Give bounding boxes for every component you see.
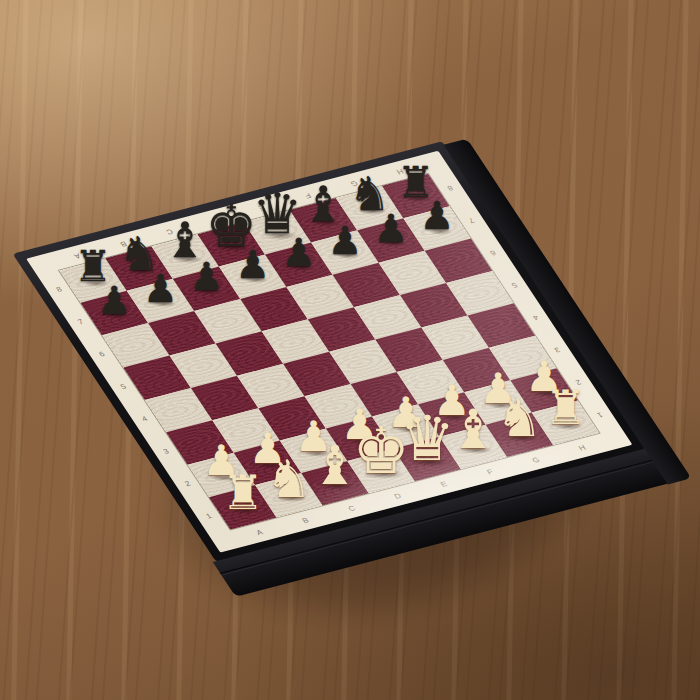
file-label-bottom-b: B (301, 517, 310, 525)
file-label-top-h: H (394, 167, 404, 175)
rank-label-left-3: 3 (162, 448, 171, 455)
rank-label-left-8: 8 (55, 286, 64, 293)
file-label-bottom-a: A (255, 529, 264, 537)
rank-label-right-8: 8 (445, 183, 454, 190)
file-label-bottom-f: F (486, 469, 495, 477)
rank-label-right-3: 3 (552, 345, 561, 352)
file-label-bottom-e: E (439, 481, 448, 489)
file-label-bottom-d: D (393, 493, 403, 501)
rank-label-left-1: 1 (205, 512, 214, 519)
file-label-top-e: E (256, 204, 265, 212)
rank-label-left-7: 7 (76, 318, 85, 325)
file-label-top-f: F (303, 192, 312, 200)
file-label-top-b: B (118, 240, 127, 248)
rank-label-right-2: 2 (574, 378, 583, 385)
file-label-top-d: D (210, 216, 220, 224)
photo-scene: ABCDEFGHABCDEFGH1234567812345678 ♜♞♝♚♛♝♞… (0, 0, 700, 700)
rank-label-left-5: 5 (119, 383, 128, 390)
rank-label-right-1: 1 (595, 410, 604, 417)
file-label-bottom-h: H (578, 445, 588, 453)
rank-label-right-6: 6 (488, 248, 497, 255)
file-label-top-c: C (164, 228, 174, 236)
rank-label-left-6: 6 (98, 350, 107, 357)
file-label-top-g: G (348, 179, 358, 187)
file-label-bottom-g: G (531, 457, 541, 465)
file-label-bottom-c: C (347, 505, 357, 513)
rank-label-left-4: 4 (140, 415, 149, 422)
rank-label-right-4: 4 (531, 313, 540, 320)
file-label-top-a: A (72, 252, 81, 260)
rank-label-right-7: 7 (467, 216, 476, 223)
rank-label-right-5: 5 (509, 281, 518, 288)
rank-label-left-2: 2 (183, 480, 192, 487)
